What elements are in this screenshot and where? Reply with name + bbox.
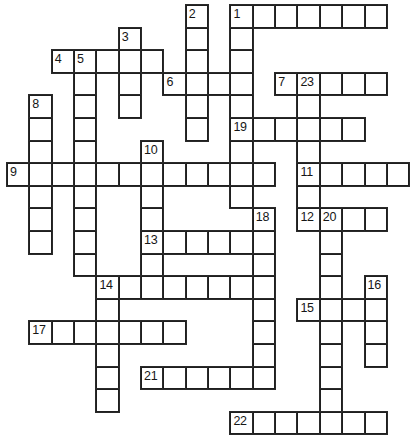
- crossword-cell[interactable]: [342, 73, 364, 96]
- crossword-cell[interactable]: [186, 163, 208, 186]
- crossword-cell[interactable]: [74, 163, 96, 186]
- clue-number: 8: [32, 97, 39, 112]
- crossword-cell[interactable]: [119, 95, 141, 118]
- crossword-cell[interactable]: [96, 163, 118, 186]
- crossword-cell[interactable]: [387, 163, 409, 186]
- crossword-cell[interactable]: [253, 276, 275, 299]
- crossword-cell[interactable]: 11: [297, 163, 319, 186]
- crossword-cell[interactable]: [230, 163, 252, 186]
- crossword-cell[interactable]: [230, 73, 252, 96]
- crossword-cell[interactable]: [320, 412, 342, 435]
- clue-number: 10: [144, 143, 157, 158]
- crossword-cell[interactable]: [96, 321, 118, 344]
- crossword-cell[interactable]: [141, 276, 163, 299]
- crossword-cell[interactable]: [141, 208, 163, 231]
- crossword-cell[interactable]: [253, 118, 275, 141]
- crossword-cell[interactable]: 20: [320, 208, 342, 231]
- crossword-cell[interactable]: [74, 254, 96, 277]
- clue-number: 7: [278, 75, 285, 90]
- crossword-cell[interactable]: [29, 231, 51, 254]
- crossword-cell[interactable]: [119, 163, 141, 186]
- crossword-cell[interactable]: [342, 163, 364, 186]
- crossword-cell[interactable]: [275, 412, 297, 435]
- crossword-cell[interactable]: [74, 321, 96, 344]
- crossword-cell[interactable]: 22: [230, 412, 252, 435]
- crossword-page: 2134567238191091118122013141615172122: [0, 0, 416, 440]
- crossword-cell[interactable]: [365, 299, 387, 322]
- crossword-cell[interactable]: [186, 28, 208, 51]
- crossword-cell[interactable]: [253, 163, 275, 186]
- crossword-cell[interactable]: [230, 231, 252, 254]
- crossword-cell[interactable]: 17: [29, 321, 51, 344]
- crossword-cell[interactable]: [365, 163, 387, 186]
- clue-number: 15: [300, 301, 313, 316]
- crossword-cell[interactable]: [320, 321, 342, 344]
- crossword-cell[interactable]: [141, 50, 163, 73]
- crossword-cell[interactable]: [119, 50, 141, 73]
- crossword-cell[interactable]: [342, 412, 364, 435]
- crossword-cell[interactable]: [52, 163, 74, 186]
- crossword-cell[interactable]: [365, 321, 387, 344]
- clue-number: 4: [55, 52, 62, 67]
- crossword-cell[interactable]: [230, 367, 252, 390]
- crossword-cell[interactable]: [29, 141, 51, 164]
- clue-number: 20: [323, 210, 336, 225]
- clue-number: 17: [32, 323, 45, 338]
- crossword-cell[interactable]: [119, 73, 141, 96]
- crossword-cell[interactable]: [320, 73, 342, 96]
- clue-number: 16: [368, 278, 381, 293]
- crossword-cell[interactable]: [253, 321, 275, 344]
- crossword-cell[interactable]: [141, 186, 163, 209]
- crossword-cell[interactable]: 9: [7, 163, 29, 186]
- crossword-cell[interactable]: [320, 367, 342, 390]
- crossword-cell[interactable]: [275, 5, 297, 28]
- crossword-cell[interactable]: 13: [141, 231, 163, 254]
- crossword-cell[interactable]: [74, 73, 96, 96]
- crossword-cell[interactable]: [320, 389, 342, 412]
- clue-number: 19: [233, 120, 246, 135]
- crossword-cell[interactable]: [230, 276, 252, 299]
- crossword-cell[interactable]: [96, 344, 118, 367]
- crossword-cell[interactable]: 7: [275, 73, 297, 96]
- crossword-cell[interactable]: [96, 389, 118, 412]
- crossword-cell[interactable]: [365, 208, 387, 231]
- crossword-cell[interactable]: [320, 5, 342, 28]
- clue-number: 3: [122, 30, 129, 45]
- crossword-cell[interactable]: [297, 412, 319, 435]
- crossword-cell[interactable]: 6: [163, 73, 185, 96]
- crossword-cell[interactable]: [320, 254, 342, 277]
- crossword-cell[interactable]: [74, 118, 96, 141]
- crossword-cell[interactable]: [208, 276, 230, 299]
- crossword-cell[interactable]: [74, 95, 96, 118]
- crossword-cell[interactable]: 3: [119, 28, 141, 51]
- clue-number: 5: [77, 52, 84, 67]
- clue-number: 12: [300, 210, 313, 225]
- crossword-cell[interactable]: [119, 321, 141, 344]
- crossword-cell[interactable]: [96, 367, 118, 390]
- crossword-cell[interactable]: [253, 412, 275, 435]
- crossword-cell[interactable]: [186, 95, 208, 118]
- crossword-cell[interactable]: [342, 118, 364, 141]
- crossword-cell[interactable]: [163, 367, 185, 390]
- crossword-cell[interactable]: [230, 95, 252, 118]
- crossword-cell[interactable]: 4: [52, 50, 74, 73]
- clue-number: 2: [189, 7, 196, 22]
- crossword-cell[interactable]: 16: [365, 276, 387, 299]
- crossword-cell[interactable]: [74, 186, 96, 209]
- crossword-cell[interactable]: [141, 321, 163, 344]
- crossword-cell[interactable]: [297, 186, 319, 209]
- clue-number: 13: [144, 233, 157, 248]
- crossword-cell[interactable]: 8: [29, 95, 51, 118]
- crossword-cell[interactable]: [29, 163, 51, 186]
- crossword-cell[interactable]: [208, 163, 230, 186]
- crossword-cell[interactable]: 1: [230, 5, 252, 28]
- crossword-cell[interactable]: [74, 141, 96, 164]
- crossword-cell[interactable]: [365, 73, 387, 96]
- crossword-cell[interactable]: [230, 28, 252, 51]
- crossword-cell[interactable]: [186, 118, 208, 141]
- crossword-cell[interactable]: [52, 321, 74, 344]
- crossword-cell[interactable]: [96, 299, 118, 322]
- crossword-cell[interactable]: [365, 5, 387, 28]
- crossword-cell[interactable]: 5: [74, 50, 96, 73]
- crossword-cell[interactable]: [320, 163, 342, 186]
- crossword-cell[interactable]: [320, 118, 342, 141]
- crossword-cell[interactable]: [208, 231, 230, 254]
- crossword-cell[interactable]: [297, 95, 319, 118]
- crossword-cell[interactable]: 21: [141, 367, 163, 390]
- crossword-cell[interactable]: [186, 276, 208, 299]
- crossword-cell[interactable]: [208, 367, 230, 390]
- crossword-cell[interactable]: [230, 141, 252, 164]
- crossword-cell[interactable]: [74, 231, 96, 254]
- crossword-cell[interactable]: [186, 231, 208, 254]
- crossword-cell[interactable]: [230, 50, 252, 73]
- clue-number: 14: [99, 278, 112, 293]
- crossword-cell[interactable]: 12: [297, 208, 319, 231]
- clue-number: 11: [300, 165, 312, 180]
- crossword-cell[interactable]: [365, 344, 387, 367]
- crossword-cell[interactable]: [342, 5, 364, 28]
- crossword-cell[interactable]: [29, 186, 51, 209]
- crossword-cell[interactable]: [297, 141, 319, 164]
- crossword-cell[interactable]: [119, 276, 141, 299]
- clue-number: 6: [166, 75, 173, 90]
- crossword-cell[interactable]: [186, 73, 208, 96]
- crossword-cell[interactable]: [253, 299, 275, 322]
- crossword-cell[interactable]: [163, 276, 185, 299]
- crossword-cell[interactable]: 10: [141, 141, 163, 164]
- crossword-cell[interactable]: 23: [297, 73, 319, 96]
- crossword-cell[interactable]: [253, 231, 275, 254]
- crossword-cell[interactable]: [186, 367, 208, 390]
- crossword-cell[interactable]: [29, 208, 51, 231]
- crossword-cell[interactable]: [365, 412, 387, 435]
- clue-number: 9: [10, 165, 17, 180]
- crossword-cell[interactable]: 19: [230, 118, 252, 141]
- clue-number: 1: [233, 7, 240, 22]
- clue-number: 18: [256, 210, 269, 225]
- clue-number: 23: [300, 75, 313, 90]
- crossword-cell[interactable]: [297, 5, 319, 28]
- crossword-cell[interactable]: [320, 231, 342, 254]
- crossword-cell[interactable]: [163, 321, 185, 344]
- crossword-cell[interactable]: [208, 73, 230, 96]
- crossword-cell[interactable]: 14: [96, 276, 118, 299]
- crossword-cell[interactable]: 2: [186, 5, 208, 28]
- crossword-cell[interactable]: [342, 299, 364, 322]
- crossword-cell[interactable]: [320, 276, 342, 299]
- crossword-cell[interactable]: 15: [297, 299, 319, 322]
- crossword-cell[interactable]: [253, 344, 275, 367]
- crossword-cell[interactable]: [320, 344, 342, 367]
- crossword-cell[interactable]: [74, 208, 96, 231]
- crossword-cell[interactable]: [96, 50, 118, 73]
- crossword-cell[interactable]: [297, 118, 319, 141]
- crossword-cell[interactable]: [230, 186, 252, 209]
- crossword-board: 2134567238191091118122013141615172122: [7, 5, 409, 434]
- crossword-cell[interactable]: [163, 231, 185, 254]
- crossword-cell[interactable]: [186, 50, 208, 73]
- crossword-cell[interactable]: [275, 118, 297, 141]
- crossword-cell[interactable]: [320, 299, 342, 322]
- crossword-cell[interactable]: 18: [253, 208, 275, 231]
- crossword-cell[interactable]: [141, 254, 163, 277]
- crossword-cell[interactable]: [253, 367, 275, 390]
- crossword-cell[interactable]: [29, 118, 51, 141]
- crossword-cell[interactable]: [141, 163, 163, 186]
- crossword-cell[interactable]: [253, 254, 275, 277]
- crossword-cell[interactable]: [163, 163, 185, 186]
- clue-number: 22: [233, 414, 246, 429]
- crossword-cell[interactable]: [253, 5, 275, 28]
- crossword-cell[interactable]: [342, 208, 364, 231]
- clue-number: 21: [144, 369, 157, 384]
